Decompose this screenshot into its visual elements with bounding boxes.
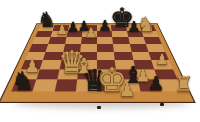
piece-white-pawn-h4[interactable]: ♟: [156, 52, 169, 66]
piece-white-knight-h7[interactable]: ♞: [137, 14, 155, 34]
piece-white-rook-h1[interactable]: ♜: [175, 74, 194, 95]
piece-black-pawn-h2[interactable]: ♟: [147, 74, 164, 93]
piece-black-knight-a8[interactable]: ♞: [38, 10, 57, 31]
pieces-layer: ♞♟♟♟♟♟♚♟♞♟♟♛♝♝♟♞♛♚♟♟♜: [0, 0, 200, 122]
piece-white-pawn-d6[interactable]: ♟: [85, 26, 97, 39]
piece-white-pawn-f2[interactable]: ♟: [119, 81, 135, 99]
piece-black-knight-a1[interactable]: ♞: [11, 68, 34, 94]
chess-set-photo: ♞♟♟♟♟♟♚♟♞♟♟♛♝♝♟♞♛♚♟♟♜: [0, 0, 200, 122]
